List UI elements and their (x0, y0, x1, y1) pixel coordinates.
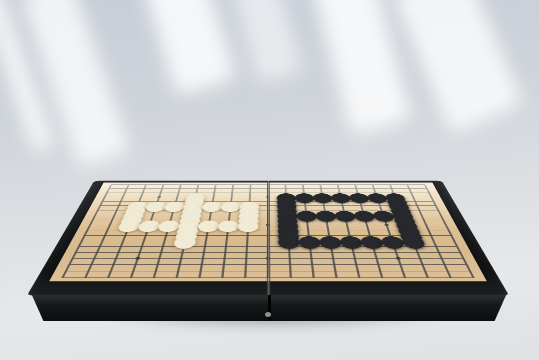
fold-seam (266, 181, 270, 296)
white-stone: ● (173, 234, 196, 246)
hinge-pin (265, 312, 271, 317)
photo-scene: ●●●●●●●●●●●●●●●●●●●●●●●●●●●●●●●●●●●●●●●●… (0, 0, 539, 360)
star-point (384, 224, 389, 226)
board-front-edge (29, 295, 509, 321)
go-board: ●●●●●●●●●●●●●●●●●●●●●●●●●●●●●●●●●●●●●●●●… (27, 181, 509, 296)
board-perspective-wrap: ●●●●●●●●●●●●●●●●●●●●●●●●●●●●●●●●●●●●●●●●… (27, 181, 509, 296)
black-stone: ● (400, 234, 426, 246)
light-streak (310, 0, 411, 135)
star-point (396, 257, 401, 260)
hinge-gap (268, 295, 271, 321)
white-stone: ● (238, 219, 258, 230)
light-streak (229, 0, 304, 84)
light-streak (391, 0, 523, 134)
light-streak (142, 0, 236, 96)
board-wood-surface: ●●●●●●●●●●●●●●●●●●●●●●●●●●●●●●●●●●●●●●●●… (49, 183, 487, 282)
star-point (135, 257, 140, 260)
